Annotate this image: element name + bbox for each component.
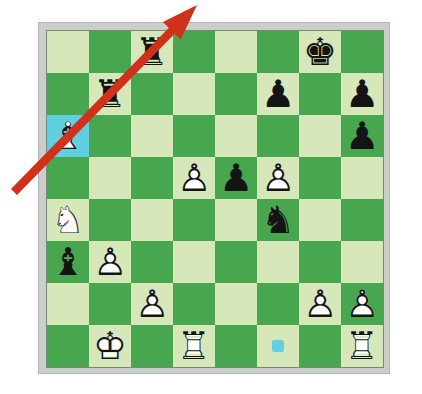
black-rook-piece: ♜ (89, 73, 131, 115)
square-h5[interactable] (341, 157, 383, 199)
square-a2[interactable] (47, 283, 89, 325)
square-h6[interactable]: ♟ (341, 115, 383, 157)
square-c6[interactable] (131, 115, 173, 157)
black-pawn-piece: ♟ (215, 157, 257, 199)
square-f7[interactable]: ♟ (257, 73, 299, 115)
square-b8[interactable] (89, 31, 131, 73)
board-frame: ♜♚♜♟♟♝♗♟♟♙♟♟♙♞♘♞♝♟♙♟♙♟♙♟♙♚♔♜♖♜♖ (38, 22, 390, 374)
black-bishop-piece: ♝ (47, 241, 89, 283)
square-b1[interactable]: ♚♔ (89, 325, 131, 367)
square-g4[interactable] (299, 199, 341, 241)
white-rook-piece: ♜♖ (173, 325, 215, 367)
square-d7[interactable] (173, 73, 215, 115)
square-c2[interactable]: ♟♙ (131, 283, 173, 325)
square-g7[interactable] (299, 73, 341, 115)
square-g8[interactable]: ♚ (299, 31, 341, 73)
black-pawn-piece: ♟ (341, 115, 383, 157)
white-pawn-piece: ♟♙ (173, 157, 215, 199)
square-b7[interactable]: ♜ (89, 73, 131, 115)
square-f1[interactable] (257, 325, 299, 367)
square-f4[interactable]: ♞ (257, 199, 299, 241)
square-d1[interactable]: ♜♖ (173, 325, 215, 367)
square-g2[interactable]: ♟♙ (299, 283, 341, 325)
square-a6[interactable]: ♝♗ (47, 115, 89, 157)
square-e1[interactable] (215, 325, 257, 367)
square-c8[interactable]: ♜ (131, 31, 173, 73)
white-king-piece: ♚♔ (89, 325, 131, 367)
square-c1[interactable] (131, 325, 173, 367)
square-f5[interactable]: ♟♙ (257, 157, 299, 199)
square-d4[interactable] (173, 199, 215, 241)
square-c3[interactable] (131, 241, 173, 283)
square-d5[interactable]: ♟♙ (173, 157, 215, 199)
square-e7[interactable] (215, 73, 257, 115)
white-pawn-piece: ♟♙ (131, 283, 173, 325)
square-a7[interactable] (47, 73, 89, 115)
square-c7[interactable] (131, 73, 173, 115)
square-g1[interactable] (299, 325, 341, 367)
square-e4[interactable] (215, 199, 257, 241)
square-a1[interactable] (47, 325, 89, 367)
square-b6[interactable] (89, 115, 131, 157)
page-background: ♜♚♜♟♟♝♗♟♟♙♟♟♙♞♘♞♝♟♙♟♙♟♙♟♙♚♔♜♖♜♖ (0, 0, 422, 394)
white-pawn-piece: ♟♙ (341, 283, 383, 325)
white-bishop-piece: ♝♗ (47, 115, 89, 157)
chess-board: ♜♚♜♟♟♝♗♟♟♙♟♟♙♞♘♞♝♟♙♟♙♟♙♟♙♚♔♜♖♜♖ (46, 30, 384, 368)
square-d6[interactable] (173, 115, 215, 157)
black-king-piece: ♚ (299, 31, 341, 73)
square-h8[interactable] (341, 31, 383, 73)
white-pawn-piece: ♟♙ (299, 283, 341, 325)
square-e6[interactable] (215, 115, 257, 157)
black-knight-piece: ♞ (257, 199, 299, 241)
square-b4[interactable] (89, 199, 131, 241)
square-a5[interactable] (47, 157, 89, 199)
square-h2[interactable]: ♟♙ (341, 283, 383, 325)
square-c4[interactable] (131, 199, 173, 241)
white-rook-piece: ♜♖ (341, 325, 383, 367)
square-e5[interactable]: ♟ (215, 157, 257, 199)
square-f3[interactable] (257, 241, 299, 283)
black-pawn-piece: ♟ (257, 73, 299, 115)
square-g3[interactable] (299, 241, 341, 283)
square-d2[interactable] (173, 283, 215, 325)
black-rook-piece: ♜ (131, 31, 173, 73)
square-f2[interactable] (257, 283, 299, 325)
square-b5[interactable] (89, 157, 131, 199)
square-e8[interactable] (215, 31, 257, 73)
square-a4[interactable]: ♞♘ (47, 199, 89, 241)
square-h3[interactable] (341, 241, 383, 283)
square-e2[interactable] (215, 283, 257, 325)
square-f8[interactable] (257, 31, 299, 73)
black-pawn-piece: ♟ (341, 73, 383, 115)
white-knight-piece: ♞♘ (47, 199, 89, 241)
move-origin-marker (272, 340, 284, 352)
square-f6[interactable] (257, 115, 299, 157)
white-pawn-piece: ♟♙ (257, 157, 299, 199)
square-a8[interactable] (47, 31, 89, 73)
square-g6[interactable] (299, 115, 341, 157)
square-a3[interactable]: ♝ (47, 241, 89, 283)
square-b3[interactable]: ♟♙ (89, 241, 131, 283)
white-pawn-piece: ♟♙ (89, 241, 131, 283)
square-h4[interactable] (341, 199, 383, 241)
square-c5[interactable] (131, 157, 173, 199)
square-h7[interactable]: ♟ (341, 73, 383, 115)
square-d8[interactable] (173, 31, 215, 73)
square-g5[interactable] (299, 157, 341, 199)
square-h1[interactable]: ♜♖ (341, 325, 383, 367)
square-e3[interactable] (215, 241, 257, 283)
square-b2[interactable] (89, 283, 131, 325)
square-d3[interactable] (173, 241, 215, 283)
